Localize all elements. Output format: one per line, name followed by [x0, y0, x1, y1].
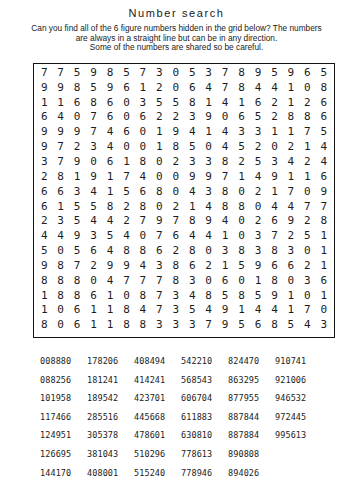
grid-cell[interactable]: 1	[299, 169, 315, 184]
grid-cell[interactable]: 5	[69, 243, 85, 258]
grid-cell[interactable]: 9	[283, 213, 299, 228]
grid-cell[interactable]: 2	[168, 199, 184, 214]
grid-cell[interactable]: 0	[233, 273, 249, 288]
grid-cell[interactable]: 4	[85, 184, 101, 199]
grid-cell[interactable]: 6	[266, 258, 282, 273]
grid-cell[interactable]: 8	[168, 139, 184, 154]
grid-cell[interactable]: 0	[233, 213, 249, 228]
grid-cell[interactable]: 9	[102, 258, 118, 273]
grid-cell[interactable]: 7	[151, 303, 167, 318]
hidden-number[interactable]: 101958	[40, 389, 87, 408]
grid-cell[interactable]: 0	[233, 184, 249, 199]
grid-cell[interactable]: 6	[184, 80, 200, 95]
grid-cell[interactable]: 5	[118, 65, 134, 80]
grid-cell[interactable]: 0	[151, 199, 167, 214]
grid-cell[interactable]: 4	[102, 124, 118, 139]
grid-cell[interactable]: 0	[135, 228, 151, 243]
grid-cell[interactable]: 4	[283, 199, 299, 214]
grid-cell[interactable]: 7	[299, 124, 315, 139]
grid-cell[interactable]: 7	[200, 317, 216, 332]
grid-cell[interactable]: 3	[250, 124, 266, 139]
grid-cell[interactable]: 9	[316, 184, 332, 199]
grid-cell[interactable]: 0	[168, 169, 184, 184]
grid-cell[interactable]: 3	[283, 243, 299, 258]
grid-cell[interactable]: 3	[69, 184, 85, 199]
grid-cell[interactable]: 7	[151, 288, 167, 303]
grid-cell[interactable]: 7	[85, 124, 101, 139]
grid-cell[interactable]: 6	[52, 184, 68, 199]
grid-cell[interactable]: 4	[266, 303, 282, 318]
grid-cell[interactable]: 6	[233, 110, 249, 125]
grid-cell[interactable]: 3	[85, 228, 101, 243]
grid-cell[interactable]: 2	[266, 95, 282, 110]
grid-cell[interactable]: 8	[184, 95, 200, 110]
grid-cell[interactable]: 4	[102, 273, 118, 288]
grid-cell[interactable]: 8	[135, 317, 151, 332]
grid-cell[interactable]: 4	[118, 228, 134, 243]
grid-cell[interactable]: 8	[135, 243, 151, 258]
grid-cell[interactable]: 1	[283, 303, 299, 318]
grid-cell[interactable]: 5	[250, 288, 266, 303]
grid-cell[interactable]: 7	[151, 273, 167, 288]
grid-cell[interactable]: 9	[283, 65, 299, 80]
grid-cell[interactable]: 4	[184, 124, 200, 139]
grid-cell[interactable]: 8	[36, 317, 52, 332]
grid-cell[interactable]: 9	[36, 258, 52, 273]
grid-cell[interactable]: 3	[184, 110, 200, 125]
grid-cell[interactable]: 1	[118, 154, 134, 169]
grid-cell[interactable]: 3	[316, 317, 332, 332]
hidden-number[interactable]: 414241	[134, 371, 181, 390]
grid-cell[interactable]: 8	[52, 169, 68, 184]
grid-cell[interactable]: 8	[118, 303, 134, 318]
grid-cell[interactable]: 9	[266, 169, 282, 184]
grid-cell[interactable]: 0	[135, 124, 151, 139]
grid-cell[interactable]: 1	[283, 169, 299, 184]
hidden-number[interactable]: 510296	[134, 445, 181, 464]
hidden-number[interactable]: 887884	[228, 426, 275, 445]
grid-cell[interactable]: 5	[233, 317, 249, 332]
grid-cell[interactable]: 7	[151, 228, 167, 243]
grid-cell[interactable]: 7	[135, 213, 151, 228]
grid-cell[interactable]: 6	[316, 273, 332, 288]
hidden-number[interactable]: 894026	[228, 463, 275, 482]
hidden-number[interactable]: 887844	[228, 408, 275, 427]
grid-cell[interactable]: 4	[36, 228, 52, 243]
grid-cell[interactable]: 4	[299, 317, 315, 332]
grid-cell[interactable]: 9	[250, 65, 266, 80]
hidden-number[interactable]: 144170	[40, 463, 87, 482]
grid-cell[interactable]: 4	[250, 169, 266, 184]
grid-cell[interactable]: 0	[118, 139, 134, 154]
grid-cell[interactable]: 2	[168, 110, 184, 125]
grid-cell[interactable]: 0	[299, 288, 315, 303]
grid-cell[interactable]: 6	[283, 258, 299, 273]
grid-cell[interactable]: 9	[52, 124, 68, 139]
grid-cell[interactable]: 1	[36, 303, 52, 318]
grid-cell[interactable]: 4	[316, 139, 332, 154]
grid-cell[interactable]: 5	[184, 303, 200, 318]
grid-cell[interactable]: 4	[52, 228, 68, 243]
grid-cell[interactable]: 1	[102, 317, 118, 332]
grid-cell[interactable]: 1	[316, 258, 332, 273]
grid-cell[interactable]: 9	[36, 80, 52, 95]
grid-cell[interactable]: 8	[299, 110, 315, 125]
grid-cell[interactable]: 8	[283, 110, 299, 125]
grid-cell[interactable]: 8	[184, 213, 200, 228]
grid-cell[interactable]: 3	[135, 95, 151, 110]
grid-cell[interactable]: 6	[36, 184, 52, 199]
grid-cell[interactable]: 6	[250, 317, 266, 332]
grid-cell[interactable]: 4	[135, 258, 151, 273]
grid-cell[interactable]: 2	[36, 169, 52, 184]
grid-cell[interactable]: 9	[36, 124, 52, 139]
hidden-number[interactable]: 088256	[40, 371, 87, 390]
grid-cell[interactable]: 8	[69, 288, 85, 303]
grid-cell[interactable]: 2	[168, 154, 184, 169]
grid-cell[interactable]: 8	[217, 199, 233, 214]
hidden-number[interactable]: 117466	[40, 408, 87, 427]
grid-cell[interactable]: 7	[217, 80, 233, 95]
grid-cell[interactable]: 9	[200, 110, 216, 125]
grid-cell[interactable]: 7	[316, 199, 332, 214]
grid-cell[interactable]: 8	[233, 243, 249, 258]
grid-cell[interactable]: 1	[266, 124, 282, 139]
grid-cell[interactable]: 5	[85, 80, 101, 95]
grid-cell[interactable]: 2	[250, 213, 266, 228]
grid-cell[interactable]: 3	[266, 154, 282, 169]
hidden-number[interactable]: 305378	[87, 426, 134, 445]
grid-cell[interactable]: 1	[233, 303, 249, 318]
grid-cell[interactable]: 4	[102, 213, 118, 228]
grid-cell[interactable]: 6	[250, 95, 266, 110]
grid-cell[interactable]: 8	[118, 243, 134, 258]
grid-cell[interactable]: 1	[316, 288, 332, 303]
grid-cell[interactable]: 4	[283, 154, 299, 169]
grid-cell[interactable]: 3	[184, 273, 200, 288]
hidden-number[interactable]: 824470	[228, 352, 275, 371]
grid-cell[interactable]: 6	[102, 110, 118, 125]
grid-cell[interactable]: 8	[316, 213, 332, 228]
grid-cell[interactable]: 8	[52, 288, 68, 303]
grid-cell[interactable]: 9	[69, 124, 85, 139]
hidden-number[interactable]: 606704	[181, 389, 228, 408]
grid-cell[interactable]: 0	[299, 184, 315, 199]
grid-cell[interactable]: 3	[52, 213, 68, 228]
grid-cell[interactable]: 5	[102, 228, 118, 243]
grid-cell[interactable]: 3	[250, 228, 266, 243]
grid-cell[interactable]: 1	[151, 124, 167, 139]
grid-cell[interactable]: 5	[266, 65, 282, 80]
grid-cell[interactable]: 3	[233, 124, 249, 139]
grid-cell[interactable]: 2	[118, 213, 134, 228]
grid-cell[interactable]: 4	[217, 139, 233, 154]
grid-cell[interactable]: 2	[266, 110, 282, 125]
grid-cell[interactable]: 7	[135, 65, 151, 80]
grid-cell[interactable]: 8	[135, 154, 151, 169]
grid-cell[interactable]: 8	[102, 199, 118, 214]
grid-cell[interactable]: 6	[316, 110, 332, 125]
grid-cell[interactable]: 1	[102, 184, 118, 199]
grid-cell[interactable]: 0	[168, 80, 184, 95]
grid-cell[interactable]: 5	[184, 65, 200, 80]
grid-cell[interactable]: 8	[52, 258, 68, 273]
grid-cell[interactable]: 4	[200, 80, 216, 95]
grid-cell[interactable]: 2	[299, 95, 315, 110]
grid-cell[interactable]: 1	[316, 228, 332, 243]
grid-cell[interactable]: 1	[85, 303, 101, 318]
hidden-number[interactable]: 478601	[134, 426, 181, 445]
grid-cell[interactable]: 1	[233, 95, 249, 110]
grid-cell[interactable]: 0	[233, 228, 249, 243]
grid-cell[interactable]: 0	[316, 303, 332, 318]
grid-cell[interactable]: 9	[200, 169, 216, 184]
hidden-number[interactable]: 877955	[228, 389, 275, 408]
grid-cell[interactable]: 3	[36, 154, 52, 169]
grid-cell[interactable]: 5	[69, 213, 85, 228]
grid-cell[interactable]: 1	[102, 288, 118, 303]
grid-cell[interactable]: 9	[217, 303, 233, 318]
grid-cell[interactable]: 3	[85, 139, 101, 154]
grid-cell[interactable]: 1	[52, 199, 68, 214]
grid-cell[interactable]: 9	[118, 258, 134, 273]
grid-cell[interactable]: 2	[151, 80, 167, 95]
grid-cell[interactable]: 7	[69, 258, 85, 273]
grid-cell[interactable]: 2	[299, 258, 315, 273]
grid-cell[interactable]: 3	[184, 154, 200, 169]
grid-cell[interactable]: 9	[52, 80, 68, 95]
hidden-number[interactable]: 515240	[134, 463, 181, 482]
grid-cell[interactable]: 4	[217, 213, 233, 228]
grid-cell[interactable]: 0	[118, 95, 134, 110]
grid-cell[interactable]: 8	[233, 80, 249, 95]
hidden-number[interactable]: 568543	[181, 371, 228, 390]
grid-cell[interactable]: 1	[316, 243, 332, 258]
grid-cell[interactable]: 4	[135, 303, 151, 318]
grid-cell[interactable]: 6	[102, 154, 118, 169]
grid-cell[interactable]: 9	[184, 169, 200, 184]
grid-cell[interactable]: 9	[85, 65, 101, 80]
grid-cell[interactable]: 9	[168, 124, 184, 139]
grid-cell[interactable]: 4	[184, 184, 200, 199]
grid-cell[interactable]: 2	[69, 139, 85, 154]
grid-cell[interactable]: 0	[52, 303, 68, 318]
grid-cell[interactable]: 4	[316, 154, 332, 169]
grid-cell[interactable]: 5	[69, 199, 85, 214]
grid-cell[interactable]: 4	[102, 243, 118, 258]
grid-cell[interactable]: 6	[316, 95, 332, 110]
grid-cell[interactable]: 4	[250, 80, 266, 95]
grid-cell[interactable]: 5	[299, 228, 315, 243]
grid-cell[interactable]: 6	[184, 258, 200, 273]
grid-cell[interactable]: 5	[184, 139, 200, 154]
hidden-number[interactable]: 863295	[228, 371, 275, 390]
grid-cell[interactable]: 5	[168, 95, 184, 110]
grid-cell[interactable]: 9	[200, 213, 216, 228]
grid-cell[interactable]: 9	[69, 228, 85, 243]
grid-cell[interactable]: 0	[299, 80, 315, 95]
grid-cell[interactable]: 8	[233, 65, 249, 80]
grid-cell[interactable]: 6	[69, 317, 85, 332]
grid-cell[interactable]: 0	[168, 65, 184, 80]
grid-cell[interactable]: 6	[118, 80, 134, 95]
grid-cell[interactable]: 8	[200, 288, 216, 303]
grid-cell[interactable]: 3	[151, 258, 167, 273]
hidden-number[interactable]: 972445	[275, 408, 322, 427]
grid-cell[interactable]: 4	[217, 124, 233, 139]
grid-cell[interactable]: 5	[118, 184, 134, 199]
hidden-number[interactable]: 778946	[181, 463, 228, 482]
grid-cell[interactable]: 8	[135, 288, 151, 303]
grid-cell[interactable]: 1	[135, 80, 151, 95]
grid-cell[interactable]: 0	[69, 110, 85, 125]
grid-cell[interactable]: 9	[36, 139, 52, 154]
grid-cell[interactable]: 8	[184, 243, 200, 258]
grid-cell[interactable]: 4	[217, 95, 233, 110]
grid-cell[interactable]: 4	[85, 213, 101, 228]
grid-cell[interactable]: 1	[299, 139, 315, 154]
grid-cell[interactable]: 7	[266, 228, 282, 243]
grid-cell[interactable]: 1	[217, 228, 233, 243]
grid-cell[interactable]: 3	[200, 65, 216, 80]
grid-cell[interactable]: 5	[217, 288, 233, 303]
grid-cell[interactable]: 2	[36, 213, 52, 228]
grid-cell[interactable]: 8	[52, 273, 68, 288]
hidden-number[interactable]: 178206	[87, 352, 134, 371]
grid-cell[interactable]: 0	[151, 154, 167, 169]
grid-cell[interactable]: 1	[283, 95, 299, 110]
grid-cell[interactable]: 3	[217, 243, 233, 258]
grid-cell[interactable]: 7	[52, 65, 68, 80]
grid-cell[interactable]: 6	[135, 110, 151, 125]
grid-cell[interactable]: 6	[266, 213, 282, 228]
grid-cell[interactable]: 7	[217, 65, 233, 80]
grid-cell[interactable]: 6	[85, 243, 101, 258]
grid-cell[interactable]: 0	[217, 110, 233, 125]
grid-cell[interactable]: 1	[200, 124, 216, 139]
grid-cell[interactable]: 9	[250, 258, 266, 273]
hidden-number[interactable]: 910741	[275, 352, 322, 371]
grid-cell[interactable]: 4	[184, 228, 200, 243]
grid-cell[interactable]: 6	[85, 288, 101, 303]
grid-cell[interactable]: 8	[102, 65, 118, 80]
grid-cell[interactable]: 7	[299, 199, 315, 214]
grid-cell[interactable]: 3	[168, 317, 184, 332]
grid-cell[interactable]: 5	[283, 317, 299, 332]
grid-cell[interactable]: 1	[283, 288, 299, 303]
hidden-number[interactable]: 126695	[40, 445, 87, 464]
grid-cell[interactable]: 0	[266, 139, 282, 154]
grid-cell[interactable]: 6	[299, 65, 315, 80]
hidden-number[interactable]: 408494	[134, 352, 181, 371]
grid-cell[interactable]: 6	[151, 243, 167, 258]
grid-cell[interactable]: 0	[299, 243, 315, 258]
grid-cell[interactable]: 0	[52, 317, 68, 332]
grid-cell[interactable]: 7	[36, 65, 52, 80]
grid-cell[interactable]: 8	[266, 273, 282, 288]
grid-cell[interactable]: 0	[283, 273, 299, 288]
hidden-number[interactable]: 008880	[40, 352, 87, 371]
hidden-number[interactable]: 445668	[134, 408, 181, 427]
grid-cell[interactable]: 2	[118, 199, 134, 214]
grid-cell[interactable]: 7	[299, 303, 315, 318]
grid-cell[interactable]: 1	[233, 169, 249, 184]
grid-cell[interactable]: 6	[168, 228, 184, 243]
grid-cell[interactable]: 6	[316, 169, 332, 184]
grid-cell[interactable]: 4	[266, 199, 282, 214]
grid-cell[interactable]: 4	[200, 303, 216, 318]
hidden-number[interactable]: 285516	[87, 408, 134, 427]
grid-cell[interactable]: 6	[36, 110, 52, 125]
grid-cell[interactable]: 1	[69, 169, 85, 184]
hidden-number[interactable]: 189542	[87, 389, 134, 408]
hidden-number[interactable]: 542210	[181, 352, 228, 371]
grid-cell[interactable]: 9	[266, 288, 282, 303]
grid-cell[interactable]: 2	[168, 243, 184, 258]
grid-cell[interactable]: 1	[184, 199, 200, 214]
grid-cell[interactable]: 0	[168, 184, 184, 199]
grid-cell[interactable]: 8	[118, 317, 134, 332]
hidden-number[interactable]: 946532	[275, 389, 322, 408]
grid-cell[interactable]: 3	[299, 273, 315, 288]
grid-cell[interactable]: 7	[118, 169, 134, 184]
grid-cell[interactable]: 3	[184, 317, 200, 332]
grid-cell[interactable]: 2	[299, 213, 315, 228]
grid-cell[interactable]: 6	[135, 184, 151, 199]
grid-cell[interactable]: 3	[151, 317, 167, 332]
hidden-number[interactable]: 630810	[181, 426, 228, 445]
grid-cell[interactable]: 5	[233, 258, 249, 273]
grid-cell[interactable]: 3	[151, 65, 167, 80]
grid-cell[interactable]: 4	[250, 303, 266, 318]
grid-cell[interactable]: 5	[250, 154, 266, 169]
grid-cell[interactable]: 7	[85, 110, 101, 125]
grid-cell[interactable]: 3	[200, 184, 216, 199]
grid-cell[interactable]: 1	[102, 303, 118, 318]
grid-cell[interactable]: 2	[299, 154, 315, 169]
grid-cell[interactable]: 2	[85, 258, 101, 273]
grid-cell[interactable]: 6	[69, 303, 85, 318]
grid-cell[interactable]: 5	[151, 95, 167, 110]
grid-cell[interactable]: 6	[118, 124, 134, 139]
grid-cell[interactable]: 0	[200, 139, 216, 154]
hidden-number[interactable]: 124951	[40, 426, 87, 445]
grid-cell[interactable]: 5	[233, 139, 249, 154]
grid-cell[interactable]: 8	[217, 184, 233, 199]
grid-cell[interactable]: 3	[168, 288, 184, 303]
grid-cell[interactable]: 8	[151, 184, 167, 199]
grid-cell[interactable]: 1	[36, 288, 52, 303]
grid-cell[interactable]: 0	[118, 110, 134, 125]
grid-cell[interactable]: 8	[316, 80, 332, 95]
grid-cell[interactable]: 4	[52, 110, 68, 125]
grid-cell[interactable]: 9	[151, 213, 167, 228]
grid-cell[interactable]: 2	[283, 228, 299, 243]
grid-cell[interactable]: 1	[151, 139, 167, 154]
grid-cell[interactable]: 7	[118, 273, 134, 288]
grid-cell[interactable]: 8	[69, 80, 85, 95]
grid-cell[interactable]: 7	[52, 154, 68, 169]
grid-cell[interactable]: 1	[217, 258, 233, 273]
grid-cell[interactable]: 1	[36, 95, 52, 110]
grid-cell[interactable]: 4	[200, 228, 216, 243]
grid-cell[interactable]: 8	[266, 317, 282, 332]
hidden-number[interactable]: 423701	[134, 389, 181, 408]
grid-cell[interactable]: 0	[85, 154, 101, 169]
grid-cell[interactable]: 4	[135, 169, 151, 184]
grid-cell[interactable]: 2	[250, 184, 266, 199]
grid-cell[interactable]: 1	[266, 184, 282, 199]
